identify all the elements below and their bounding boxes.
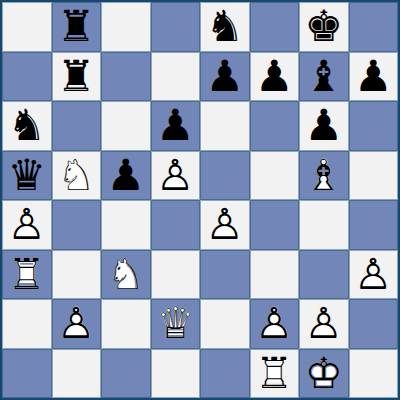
square-b4[interactable]: [52, 200, 102, 250]
square-f4[interactable]: [250, 200, 300, 250]
square-f3[interactable]: [250, 250, 300, 300]
square-a3[interactable]: ♜♖: [2, 250, 52, 300]
black-pawn-f7: ♟: [250, 52, 300, 102]
square-b7[interactable]: ♜: [52, 52, 102, 102]
white-pawn-g2-fill: ♟: [299, 299, 349, 349]
square-a6[interactable]: ♞: [2, 101, 52, 151]
square-b8[interactable]: ♜: [52, 2, 102, 52]
square-d2[interactable]: ♛♕: [151, 299, 201, 349]
white-pawn-g2: ♙: [299, 299, 349, 349]
square-a4[interactable]: ♟♙: [2, 200, 52, 250]
black-rook-b8: ♜: [52, 2, 102, 52]
square-b3[interactable]: [52, 250, 102, 300]
square-d7[interactable]: [151, 52, 201, 102]
square-g8[interactable]: ♚: [299, 2, 349, 52]
black-knight-e8: ♞: [200, 2, 250, 52]
black-queen-a5: ♛: [2, 151, 52, 201]
white-pawn-a4-fill: ♟: [2, 200, 52, 250]
white-knight-c3-fill: ♞: [101, 250, 151, 300]
square-g5[interactable]: ♝♗: [299, 151, 349, 201]
square-g7[interactable]: ♝: [299, 52, 349, 102]
square-h8[interactable]: [349, 2, 399, 52]
square-h6[interactable]: [349, 101, 399, 151]
square-a1[interactable]: [2, 349, 52, 399]
square-b5[interactable]: ♞♘: [52, 151, 102, 201]
square-e4[interactable]: ♟♙: [200, 200, 250, 250]
white-pawn-f2-fill: ♟: [250, 299, 300, 349]
square-h1[interactable]: [349, 349, 399, 399]
square-c3[interactable]: ♞♘: [101, 250, 151, 300]
square-d5[interactable]: ♟♙: [151, 151, 201, 201]
white-king-g1-fill: ♚: [299, 349, 349, 399]
square-e7[interactable]: ♟: [200, 52, 250, 102]
white-pawn-f2: ♙: [250, 299, 300, 349]
square-c7[interactable]: [101, 52, 151, 102]
square-c8[interactable]: [101, 2, 151, 52]
square-g3[interactable]: [299, 250, 349, 300]
square-h3[interactable]: ♟♙: [349, 250, 399, 300]
square-d8[interactable]: [151, 2, 201, 52]
black-pawn-d6: ♟: [151, 101, 201, 151]
square-f5[interactable]: [250, 151, 300, 201]
square-c2[interactable]: [101, 299, 151, 349]
black-pawn-e7: ♟: [200, 52, 250, 102]
square-c4[interactable]: [101, 200, 151, 250]
black-knight-a6: ♞: [2, 101, 52, 151]
square-f1[interactable]: ♜♖: [250, 349, 300, 399]
square-h7[interactable]: ♟: [349, 52, 399, 102]
square-g4[interactable]: [299, 200, 349, 250]
square-f2[interactable]: ♟♙: [250, 299, 300, 349]
square-f7[interactable]: ♟: [250, 52, 300, 102]
white-pawn-d5-fill: ♟: [151, 151, 201, 201]
square-b6[interactable]: [52, 101, 102, 151]
white-knight-c3: ♘: [101, 250, 151, 300]
square-d4[interactable]: [151, 200, 201, 250]
square-d6[interactable]: ♟: [151, 101, 201, 151]
square-a8[interactable]: [2, 2, 52, 52]
white-queen-d2-fill: ♛: [151, 299, 201, 349]
square-g2[interactable]: ♟♙: [299, 299, 349, 349]
black-king-g8: ♚: [299, 2, 349, 52]
square-b2[interactable]: ♟♙: [52, 299, 102, 349]
square-g1[interactable]: ♚♔: [299, 349, 349, 399]
square-a7[interactable]: [2, 52, 52, 102]
white-pawn-d5: ♙: [151, 151, 201, 201]
white-rook-a3-fill: ♜: [2, 250, 52, 300]
white-pawn-e4-fill: ♟: [200, 200, 250, 250]
black-rook-b7: ♜: [52, 52, 102, 102]
white-knight-b5: ♘: [52, 151, 102, 201]
white-pawn-b2-fill: ♟: [52, 299, 102, 349]
white-rook-f1: ♖: [250, 349, 300, 399]
square-e3[interactable]: [200, 250, 250, 300]
square-b1[interactable]: [52, 349, 102, 399]
square-h2[interactable]: [349, 299, 399, 349]
white-queen-d2: ♕: [151, 299, 201, 349]
square-e2[interactable]: [200, 299, 250, 349]
square-c1[interactable]: [101, 349, 151, 399]
white-pawn-e4: ♙: [200, 200, 250, 250]
chess-board: ♜♞♚♜♟♟♝♟♞♟♟♛♞♘♟♟♙♝♗♟♙♟♙♜♖♞♘♟♙♟♙♛♕♟♙♟♙♜♖♚…: [2, 2, 398, 398]
square-d1[interactable]: [151, 349, 201, 399]
white-knight-b5-fill: ♞: [52, 151, 102, 201]
white-pawn-h3: ♙: [349, 250, 399, 300]
square-a5[interactable]: ♛: [2, 151, 52, 201]
square-h4[interactable]: [349, 200, 399, 250]
black-pawn-g6: ♟: [299, 101, 349, 151]
square-e5[interactable]: [200, 151, 250, 201]
square-h5[interactable]: [349, 151, 399, 201]
square-e8[interactable]: ♞: [200, 2, 250, 52]
white-rook-a3: ♖: [2, 250, 52, 300]
white-king-g1: ♔: [299, 349, 349, 399]
chess-board-frame: ♜♞♚♜♟♟♝♟♞♟♟♛♞♘♟♟♙♝♗♟♙♟♙♜♖♞♘♟♙♟♙♛♕♟♙♟♙♜♖♚…: [0, 0, 400, 400]
white-rook-f1-fill: ♜: [250, 349, 300, 399]
black-pawn-h7: ♟: [349, 52, 399, 102]
black-bishop-g7: ♝: [299, 52, 349, 102]
square-g6[interactable]: ♟: [299, 101, 349, 151]
square-c6[interactable]: [101, 101, 151, 151]
white-pawn-a4: ♙: [2, 200, 52, 250]
white-pawn-b2: ♙: [52, 299, 102, 349]
square-c5[interactable]: ♟: [101, 151, 151, 201]
square-f6[interactable]: [250, 101, 300, 151]
white-bishop-g5: ♗: [299, 151, 349, 201]
square-d3[interactable]: [151, 250, 201, 300]
white-bishop-g5-fill: ♝: [299, 151, 349, 201]
square-a2[interactable]: [2, 299, 52, 349]
black-pawn-c5: ♟: [101, 151, 151, 201]
square-f8[interactable]: [250, 2, 300, 52]
square-e6[interactable]: [200, 101, 250, 151]
square-e1[interactable]: [200, 349, 250, 399]
white-pawn-h3-fill: ♟: [349, 250, 399, 300]
